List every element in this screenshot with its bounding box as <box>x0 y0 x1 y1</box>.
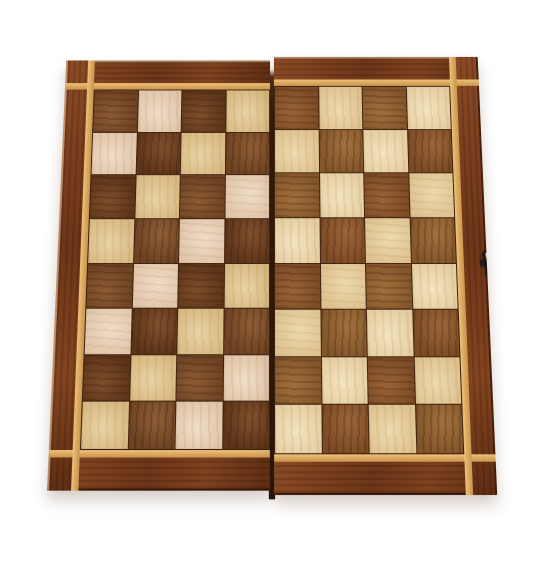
square-g2[interactable] <box>368 357 415 404</box>
square-d3[interactable] <box>224 309 269 354</box>
square-c7[interactable] <box>181 133 225 175</box>
square-f6[interactable] <box>320 174 364 218</box>
square-d4[interactable] <box>224 264 269 308</box>
square-e3[interactable] <box>275 310 320 356</box>
square-c6[interactable] <box>180 175 224 218</box>
square-f4[interactable] <box>320 264 365 309</box>
square-b7[interactable] <box>136 133 180 175</box>
square-a4[interactable] <box>86 264 132 308</box>
square-c2[interactable] <box>176 355 222 401</box>
square-a1[interactable] <box>81 402 129 449</box>
left-field <box>80 90 270 451</box>
square-d8[interactable] <box>226 90 269 131</box>
square-b6[interactable] <box>135 175 180 218</box>
chessboard <box>47 60 497 490</box>
square-d5[interactable] <box>225 219 269 262</box>
square-h1[interactable] <box>416 405 464 453</box>
square-f7[interactable] <box>319 130 363 173</box>
square-a8[interactable] <box>93 90 137 131</box>
square-e7[interactable] <box>275 130 319 173</box>
square-h2[interactable] <box>414 357 461 404</box>
square-g3[interactable] <box>367 310 413 356</box>
square-g5[interactable] <box>365 218 410 262</box>
square-c8[interactable] <box>182 90 226 131</box>
square-f2[interactable] <box>321 357 367 404</box>
square-e4[interactable] <box>275 264 320 309</box>
square-g7[interactable] <box>363 130 407 173</box>
square-a5[interactable] <box>88 219 134 262</box>
square-e5[interactable] <box>275 218 319 262</box>
square-a6[interactable] <box>90 175 135 218</box>
square-b2[interactable] <box>130 355 177 401</box>
square-b3[interactable] <box>131 309 177 354</box>
board-right-half <box>274 57 497 495</box>
square-g4[interactable] <box>366 264 412 309</box>
square-g8[interactable] <box>363 87 407 129</box>
square-a3[interactable] <box>85 309 132 354</box>
square-g1[interactable] <box>369 405 416 453</box>
frame-top-left-half <box>65 60 270 85</box>
square-h5[interactable] <box>410 218 456 262</box>
square-h4[interactable] <box>411 264 457 309</box>
square-d6[interactable] <box>225 175 269 218</box>
inlay-line-bottom-right-half <box>274 454 496 461</box>
square-f1[interactable] <box>322 405 369 453</box>
square-c5[interactable] <box>179 219 224 262</box>
frame-bottom-left-half <box>47 455 270 490</box>
square-f5[interactable] <box>320 218 365 262</box>
square-c3[interactable] <box>177 309 223 354</box>
square-g6[interactable] <box>364 174 409 218</box>
photo-background <box>0 0 550 582</box>
square-e8[interactable] <box>275 87 318 129</box>
inlay-line-bottom-left-half <box>48 450 269 457</box>
square-d7[interactable] <box>225 133 269 175</box>
square-h3[interactable] <box>413 310 460 356</box>
square-f8[interactable] <box>319 87 363 129</box>
square-a2[interactable] <box>83 355 130 401</box>
square-b1[interactable] <box>128 402 175 449</box>
square-b8[interactable] <box>137 90 181 131</box>
square-e1[interactable] <box>275 405 321 453</box>
square-c4[interactable] <box>178 264 223 308</box>
square-c1[interactable] <box>175 402 222 449</box>
square-d1[interactable] <box>223 402 269 449</box>
square-h6[interactable] <box>409 174 454 218</box>
board-left-half <box>47 60 270 490</box>
square-b5[interactable] <box>134 219 179 262</box>
square-h8[interactable] <box>406 87 450 129</box>
frame-top-right-half <box>274 57 479 81</box>
square-a7[interactable] <box>91 133 136 175</box>
square-b4[interactable] <box>132 264 178 308</box>
square-e6[interactable] <box>275 174 319 218</box>
square-h7[interactable] <box>408 130 453 173</box>
square-d2[interactable] <box>223 355 269 401</box>
square-e2[interactable] <box>275 357 321 404</box>
right-field <box>274 86 464 454</box>
square-f3[interactable] <box>321 310 367 356</box>
